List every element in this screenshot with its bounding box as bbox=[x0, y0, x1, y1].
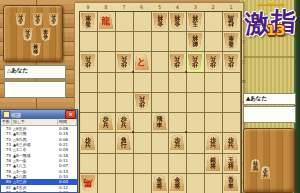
shogi-piece-歩兵[interactable]: 歩兵 bbox=[22, 28, 33, 41]
rank-coordinate: 三 bbox=[241, 59, 246, 64]
shogi-piece-銀将[interactable]: 銀将 bbox=[30, 43, 41, 56]
kifu-window-icon bbox=[3, 111, 10, 118]
board-cell-83[interactable] bbox=[98, 52, 116, 72]
file-coordinate: 9 bbox=[83, 4, 93, 10]
board-cell-55[interactable] bbox=[152, 93, 170, 113]
board-cell-34[interactable] bbox=[187, 73, 205, 93]
shogi-piece-飛車[interactable]: 飛車 bbox=[153, 114, 167, 130]
kifu-window[interactable]: 棋譜 × 手数 指し手 時間 70△6五歩0:0871▲5六飛0:1572△9九… bbox=[0, 109, 78, 193]
board-cell-82[interactable] bbox=[98, 32, 116, 52]
kifu-cell: 82 bbox=[1, 190, 12, 192]
tatami-seam bbox=[240, 56, 300, 58]
sente-info-box bbox=[243, 106, 296, 123]
file-coordinate: 6 bbox=[137, 4, 147, 10]
board-cell-42[interactable] bbox=[169, 32, 187, 52]
gekisashi-app-window: 歩兵歩兵歩兵歩兵香車銀将 △あなた 987654321一二三四五六七八九香車龍金… bbox=[0, 0, 300, 193]
board-cell-14[interactable] bbox=[223, 73, 241, 93]
kifu-col-time: 時間 bbox=[58, 119, 77, 125]
board-cell-24[interactable] bbox=[205, 73, 223, 93]
shogi-piece-歩兵[interactable]: 歩兵 bbox=[32, 13, 43, 26]
board-cell-68[interactable] bbox=[134, 154, 152, 174]
board-cell-15[interactable] bbox=[223, 93, 241, 113]
board-cell-87[interactable] bbox=[98, 133, 116, 153]
gote-name-label: △あなた bbox=[5, 66, 65, 74]
shogi-piece-金将[interactable]: 金将 bbox=[153, 175, 167, 191]
rank-coordinate: 四 bbox=[241, 79, 246, 84]
board-cell-38[interactable] bbox=[187, 154, 205, 174]
shogi-piece-龍[interactable]: 龍 bbox=[99, 13, 113, 29]
shogi-piece-香車[interactable]: 香車 bbox=[81, 13, 95, 29]
kifu-move-list[interactable]: 70△6五歩0:0871▲5六飛0:1572△9九馬0:0673▲6三歩成0:2… bbox=[1, 126, 77, 192]
shogi-piece-歩兵[interactable]: 歩兵 bbox=[260, 166, 271, 179]
board-cell-45[interactable] bbox=[169, 93, 187, 113]
kifu-window-titlebar[interactable]: 棋譜 × bbox=[1, 110, 77, 119]
shogi-piece-金将[interactable]: 金将 bbox=[170, 175, 184, 191]
board-cell-26[interactable] bbox=[205, 113, 223, 133]
board-cell-25[interactable] bbox=[205, 93, 223, 113]
board-cell-39[interactable] bbox=[187, 174, 205, 193]
board-cell-35[interactable] bbox=[187, 93, 205, 113]
file-coordinate: 3 bbox=[190, 4, 200, 10]
gekisashi-logo: 激 指 13 bbox=[245, 1, 297, 55]
board-cell-74[interactable] bbox=[116, 73, 134, 93]
board-cell-57[interactable] bbox=[152, 133, 170, 153]
shogi-piece-玉将[interactable]: 玉将 bbox=[224, 155, 238, 171]
shogi-piece-歩兵[interactable]: 歩兵 bbox=[206, 54, 220, 70]
sente-name-box: ▲あなた bbox=[243, 93, 296, 105]
board-cell-95[interactable] bbox=[80, 93, 98, 113]
logo-version-badge: 13 bbox=[266, 22, 285, 38]
close-icon[interactable]: × bbox=[65, 110, 76, 119]
board-cell-85[interactable] bbox=[98, 93, 116, 113]
board-cell-36[interactable] bbox=[187, 113, 205, 133]
shogi-piece-馬[interactable]: 馬 bbox=[81, 175, 95, 191]
file-coordinate: 5 bbox=[155, 4, 165, 10]
shogi-piece-歩兵[interactable]: 歩兵 bbox=[48, 13, 59, 26]
board-cell-22[interactable] bbox=[205, 32, 223, 52]
board-cell-64[interactable] bbox=[134, 73, 152, 93]
file-coordinate: 8 bbox=[101, 4, 111, 10]
board-cell-44[interactable] bbox=[169, 73, 187, 93]
file-coordinate: 4 bbox=[172, 4, 182, 10]
board-cell-78[interactable] bbox=[116, 154, 134, 174]
gote-name-box: △あなた bbox=[4, 65, 66, 79]
sente-piece-stand[interactable]: 桂馬歩兵 bbox=[243, 128, 295, 193]
board-cell-96[interactable] bbox=[80, 113, 98, 133]
shogi-board: 987654321一二三四五六七八九香車龍金将金将玉将桂馬銀将香車歩兵歩兵と歩兵… bbox=[74, 2, 244, 193]
shogi-piece-香車[interactable]: 香車 bbox=[40, 28, 51, 41]
kifu-column-headers: 手数 指し手 時間 bbox=[1, 119, 77, 126]
gote-info-box bbox=[4, 81, 66, 98]
board-cell-98[interactable] bbox=[80, 154, 98, 174]
shogi-piece-歩兵[interactable]: 歩兵 bbox=[81, 134, 95, 150]
gote-piece-stand[interactable]: 歩兵歩兵歩兵歩兵香車銀将 bbox=[3, 5, 63, 62]
shogi-piece-歩兵[interactable]: 歩兵 bbox=[15, 13, 26, 26]
file-coordinate: 1 bbox=[226, 4, 236, 10]
board-cell-48[interactable] bbox=[169, 154, 187, 174]
board-cell-67[interactable] bbox=[134, 133, 152, 153]
board-cell-37[interactable] bbox=[187, 133, 205, 153]
board-cell-66[interactable] bbox=[134, 113, 152, 133]
board-cell-92[interactable] bbox=[80, 32, 98, 52]
board-cell-72[interactable] bbox=[116, 32, 134, 52]
kifu-col-moveno: 手数 bbox=[1, 119, 12, 125]
board-cell-94[interactable] bbox=[80, 73, 98, 93]
kifu-cell: 0:03 bbox=[58, 190, 77, 192]
shogi-piece-歩兵[interactable]: 歩兵 bbox=[224, 134, 238, 150]
board-cell-21[interactable] bbox=[205, 12, 223, 32]
board-cell-71[interactable] bbox=[116, 12, 134, 32]
board-cell-79[interactable] bbox=[116, 174, 134, 193]
file-coordinate: 2 bbox=[208, 4, 218, 10]
board-cell-46[interactable] bbox=[169, 113, 187, 133]
shogi-piece-香車[interactable]: 香車 bbox=[224, 175, 238, 191]
board-cell-69[interactable] bbox=[134, 174, 152, 193]
shogi-piece-と[interactable]: と bbox=[135, 54, 149, 70]
star-point bbox=[132, 71, 134, 73]
shogi-piece-角行[interactable]: 角行 bbox=[117, 134, 131, 150]
shogi-piece-歩兵[interactable]: 歩兵 bbox=[81, 54, 95, 70]
shogi-piece-歩兵[interactable]: 歩兵 bbox=[117, 114, 131, 130]
board-cell-89[interactable] bbox=[98, 174, 116, 193]
sente-name-label: ▲あなた bbox=[244, 94, 295, 102]
board-cell-52[interactable] bbox=[152, 32, 170, 52]
shogi-piece-桂馬[interactable]: 桂馬 bbox=[250, 159, 261, 172]
shogi-piece-歩兵[interactable]: 歩兵 bbox=[99, 114, 113, 130]
kifu-window-title: 棋譜 bbox=[11, 111, 65, 119]
shogi-piece-銀将[interactable]: 銀将 bbox=[206, 155, 220, 171]
file-coordinate: 7 bbox=[119, 4, 129, 10]
shogi-piece-歩兵[interactable]: 歩兵 bbox=[206, 134, 220, 150]
board-cell-29[interactable] bbox=[205, 174, 223, 193]
shogi-piece-歩兵[interactable]: 歩兵 bbox=[224, 54, 238, 70]
kifu-row[interactable]: 82△5二銀0:03 bbox=[1, 190, 77, 192]
board-cell-75[interactable] bbox=[116, 93, 134, 113]
board-cell-88[interactable] bbox=[98, 154, 116, 174]
board-cell-84[interactable] bbox=[98, 73, 116, 93]
kifu-cell: △5二銀 bbox=[12, 190, 58, 192]
board-cell-16[interactable] bbox=[223, 113, 241, 133]
board-cell-53[interactable] bbox=[152, 52, 170, 72]
board-cell-62[interactable] bbox=[134, 32, 152, 52]
board-cell-58[interactable] bbox=[152, 154, 170, 174]
board-cell-61[interactable] bbox=[134, 12, 152, 32]
shogi-piece-桂馬[interactable]: 桂馬 bbox=[224, 13, 238, 29]
kifu-col-move: 指し手 bbox=[12, 119, 58, 125]
board-cell-54[interactable] bbox=[152, 73, 170, 93]
shogi-piece-歩兵[interactable]: 歩兵 bbox=[170, 134, 184, 150]
